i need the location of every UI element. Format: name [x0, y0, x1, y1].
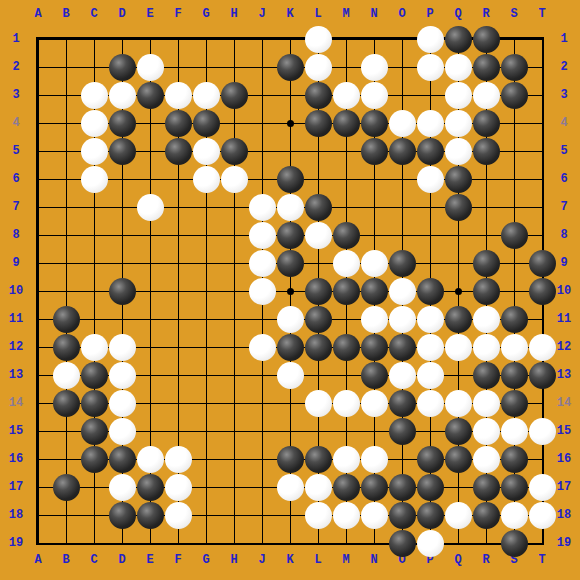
stone-black — [473, 278, 500, 305]
stone-white — [445, 502, 472, 529]
row-label: 11 — [551, 312, 577, 326]
stone-white — [109, 362, 136, 389]
column-label: C — [84, 553, 104, 567]
column-label: M — [336, 7, 356, 21]
stone-black — [333, 222, 360, 249]
stone-black — [445, 446, 472, 473]
column-label: K — [280, 7, 300, 21]
row-label: 17 — [3, 480, 29, 494]
stone-black — [501, 446, 528, 473]
stone-white — [277, 362, 304, 389]
stone-white — [333, 250, 360, 277]
stone-black — [445, 418, 472, 445]
stone-white — [81, 334, 108, 361]
stone-white — [529, 474, 556, 501]
stone-black — [417, 474, 444, 501]
row-label: 11 — [3, 312, 29, 326]
star-point — [455, 288, 462, 295]
stone-white — [305, 502, 332, 529]
column-label: M — [336, 553, 356, 567]
row-label: 18 — [3, 508, 29, 522]
stone-black — [389, 530, 416, 557]
stone-white — [249, 222, 276, 249]
stone-black — [473, 138, 500, 165]
stone-black — [165, 110, 192, 137]
stone-black — [445, 26, 472, 53]
stone-white — [417, 390, 444, 417]
stone-white — [165, 502, 192, 529]
stone-white — [529, 418, 556, 445]
row-label: 10 — [3, 284, 29, 298]
column-label: Q — [448, 7, 468, 21]
stone-black — [501, 390, 528, 417]
stone-white — [361, 390, 388, 417]
stone-black — [501, 474, 528, 501]
stone-white — [473, 334, 500, 361]
row-label: 12 — [3, 340, 29, 354]
stone-black — [81, 390, 108, 417]
stone-black — [529, 278, 556, 305]
column-label: K — [280, 553, 300, 567]
row-label: 14 — [3, 396, 29, 410]
stone-black — [305, 446, 332, 473]
stone-white — [473, 82, 500, 109]
stone-black — [305, 306, 332, 333]
stone-black — [361, 138, 388, 165]
stone-black — [389, 138, 416, 165]
stone-black — [333, 110, 360, 137]
row-label: 1 — [3, 32, 29, 46]
stone-black — [277, 446, 304, 473]
column-label: L — [308, 553, 328, 567]
stone-black — [417, 278, 444, 305]
row-label: 7 — [551, 200, 577, 214]
row-label: 19 — [3, 536, 29, 550]
column-label: G — [196, 553, 216, 567]
stone-white — [389, 110, 416, 137]
column-label: J — [252, 7, 272, 21]
stone-white — [81, 166, 108, 193]
stone-black — [501, 530, 528, 557]
row-label: 4 — [551, 116, 577, 130]
stone-white — [165, 446, 192, 473]
stone-white — [193, 166, 220, 193]
stone-white — [137, 446, 164, 473]
stone-black — [361, 474, 388, 501]
stone-white — [501, 418, 528, 445]
stone-white — [53, 362, 80, 389]
stone-black — [501, 54, 528, 81]
stone-black — [109, 446, 136, 473]
stone-black — [109, 138, 136, 165]
stone-white — [389, 306, 416, 333]
column-label: H — [224, 7, 244, 21]
stone-white — [473, 446, 500, 473]
row-label: 16 — [551, 452, 577, 466]
stone-white — [137, 54, 164, 81]
row-label: 2 — [3, 60, 29, 74]
stone-white — [277, 306, 304, 333]
column-label: H — [224, 553, 244, 567]
stone-white — [529, 502, 556, 529]
stone-white — [109, 82, 136, 109]
stone-white — [417, 306, 444, 333]
stone-black — [473, 54, 500, 81]
stone-black — [193, 110, 220, 137]
stone-black — [501, 362, 528, 389]
stone-black — [389, 474, 416, 501]
stone-black — [137, 474, 164, 501]
stone-white — [193, 138, 220, 165]
stone-white — [417, 26, 444, 53]
stone-black — [81, 418, 108, 445]
column-label: P — [420, 7, 440, 21]
stone-black — [473, 26, 500, 53]
column-label: R — [476, 553, 496, 567]
column-label: F — [168, 553, 188, 567]
stone-white — [361, 250, 388, 277]
stone-white — [81, 110, 108, 137]
stone-white — [529, 334, 556, 361]
stone-black — [109, 502, 136, 529]
column-label: O — [392, 7, 412, 21]
stone-black — [277, 54, 304, 81]
stone-white — [417, 334, 444, 361]
stone-white — [333, 502, 360, 529]
stone-white — [165, 474, 192, 501]
stone-black — [305, 334, 332, 361]
stone-black — [361, 110, 388, 137]
stone-black — [389, 502, 416, 529]
stone-white — [305, 390, 332, 417]
stone-black — [417, 138, 444, 165]
stone-black — [501, 222, 528, 249]
stone-white — [165, 82, 192, 109]
stone-white — [417, 362, 444, 389]
stone-black — [305, 110, 332, 137]
stone-black — [361, 362, 388, 389]
row-label: 19 — [551, 536, 577, 550]
row-label: 13 — [3, 368, 29, 382]
stone-black — [473, 110, 500, 137]
stone-black — [529, 250, 556, 277]
stone-black — [277, 166, 304, 193]
row-label: 1 — [551, 32, 577, 46]
column-label: L — [308, 7, 328, 21]
column-label: A — [28, 553, 48, 567]
stone-black — [389, 418, 416, 445]
row-label: 6 — [3, 172, 29, 186]
stone-white — [137, 194, 164, 221]
stone-white — [277, 474, 304, 501]
stone-black — [109, 278, 136, 305]
stone-white — [417, 166, 444, 193]
stone-black — [445, 306, 472, 333]
stone-black — [333, 334, 360, 361]
stone-white — [361, 306, 388, 333]
stone-black — [81, 446, 108, 473]
stone-white — [81, 138, 108, 165]
stone-white — [305, 54, 332, 81]
stone-black — [389, 250, 416, 277]
stone-white — [249, 250, 276, 277]
stone-black — [109, 110, 136, 137]
column-label: G — [196, 7, 216, 21]
column-label: T — [532, 553, 552, 567]
stone-black — [165, 138, 192, 165]
stone-white — [305, 222, 332, 249]
stone-white — [333, 82, 360, 109]
go-board-app: ABCDEFGHJKLMNOPQRST ABCDEFGHJKLMNOPQRST … — [0, 0, 580, 580]
stone-black — [305, 278, 332, 305]
column-label: F — [168, 7, 188, 21]
row-label: 6 — [551, 172, 577, 186]
grid-line-horizontal — [38, 543, 542, 544]
stone-black — [501, 306, 528, 333]
stone-white — [361, 82, 388, 109]
row-label: 14 — [551, 396, 577, 410]
stone-white — [109, 418, 136, 445]
column-label: Q — [448, 553, 468, 567]
stone-white — [389, 362, 416, 389]
stone-black — [221, 82, 248, 109]
star-point — [287, 120, 294, 127]
stone-white — [473, 390, 500, 417]
stone-black — [389, 334, 416, 361]
stone-white — [445, 334, 472, 361]
stone-black — [417, 446, 444, 473]
stone-black — [333, 474, 360, 501]
stone-black — [137, 82, 164, 109]
column-label: B — [56, 553, 76, 567]
stone-black — [277, 250, 304, 277]
stone-black — [53, 390, 80, 417]
stone-white — [249, 278, 276, 305]
row-label: 8 — [551, 228, 577, 242]
column-label: E — [140, 553, 160, 567]
stone-black — [305, 194, 332, 221]
stone-white — [249, 194, 276, 221]
stone-white — [193, 82, 220, 109]
stone-white — [473, 418, 500, 445]
stone-white — [361, 502, 388, 529]
stone-white — [417, 530, 444, 557]
stone-black — [305, 82, 332, 109]
column-label: R — [476, 7, 496, 21]
stone-white — [445, 390, 472, 417]
stone-black — [53, 306, 80, 333]
column-label: D — [112, 553, 132, 567]
stone-black — [277, 334, 304, 361]
row-label: 16 — [3, 452, 29, 466]
stone-black — [81, 362, 108, 389]
column-label: S — [504, 7, 524, 21]
stone-black — [473, 502, 500, 529]
stone-black — [137, 502, 164, 529]
stone-white — [361, 54, 388, 81]
stone-white — [277, 194, 304, 221]
stone-white — [109, 390, 136, 417]
stone-black — [361, 278, 388, 305]
stone-black — [445, 194, 472, 221]
stone-white — [445, 138, 472, 165]
stone-black — [277, 222, 304, 249]
row-label: 3 — [551, 88, 577, 102]
column-label: A — [28, 7, 48, 21]
row-label: 4 — [3, 116, 29, 130]
column-label: N — [364, 553, 384, 567]
column-label: E — [140, 7, 160, 21]
stone-black — [473, 250, 500, 277]
stone-black — [473, 474, 500, 501]
column-label: J — [252, 553, 272, 567]
stone-black — [417, 502, 444, 529]
column-label: D — [112, 7, 132, 21]
column-label: N — [364, 7, 384, 21]
row-label: 3 — [3, 88, 29, 102]
stone-black — [529, 362, 556, 389]
star-point — [287, 288, 294, 295]
stone-white — [445, 110, 472, 137]
stone-white — [221, 166, 248, 193]
stone-black — [361, 334, 388, 361]
row-label: 2 — [551, 60, 577, 74]
row-label: 9 — [3, 256, 29, 270]
stone-black — [473, 362, 500, 389]
column-label: B — [56, 7, 76, 21]
stone-black — [389, 390, 416, 417]
row-label: 15 — [3, 424, 29, 438]
stone-black — [501, 82, 528, 109]
row-label: 8 — [3, 228, 29, 242]
stone-white — [501, 502, 528, 529]
stone-black — [333, 278, 360, 305]
stone-white — [501, 334, 528, 361]
column-label: T — [532, 7, 552, 21]
stone-white — [109, 334, 136, 361]
stone-black — [109, 54, 136, 81]
stone-black — [53, 334, 80, 361]
stone-white — [333, 390, 360, 417]
stone-white — [389, 278, 416, 305]
stone-white — [361, 446, 388, 473]
column-label: C — [84, 7, 104, 21]
stone-white — [445, 82, 472, 109]
stone-white — [473, 306, 500, 333]
row-label: 5 — [551, 144, 577, 158]
stone-white — [417, 110, 444, 137]
stone-white — [249, 334, 276, 361]
stone-white — [445, 54, 472, 81]
stone-white — [333, 446, 360, 473]
row-label: 5 — [3, 144, 29, 158]
stone-white — [417, 54, 444, 81]
stone-white — [109, 474, 136, 501]
stone-black — [53, 474, 80, 501]
stone-white — [305, 474, 332, 501]
stone-black — [445, 166, 472, 193]
stone-white — [305, 26, 332, 53]
stone-black — [221, 138, 248, 165]
row-label: 7 — [3, 200, 29, 214]
stone-white — [81, 82, 108, 109]
